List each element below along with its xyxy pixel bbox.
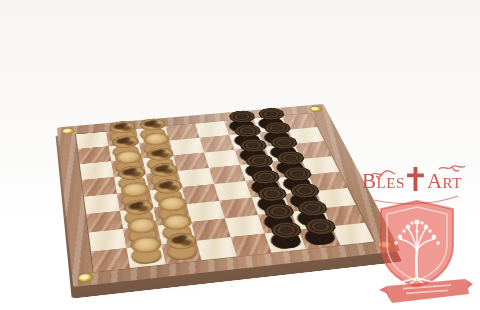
brass-roundel-far-left: [62, 128, 74, 134]
brass-roundel-far-right: [309, 106, 322, 112]
square-b8: [127, 244, 166, 268]
brass-roundel-near-left: [78, 273, 92, 282]
flourish-right-icon: [438, 161, 466, 177]
checkers-board: [57, 104, 401, 287]
square-a8: [91, 248, 130, 272]
square-h8: [332, 223, 374, 245]
dark-piece: [268, 232, 303, 251]
board-field: [76, 113, 374, 272]
square-d4: [178, 168, 214, 187]
ribbon-banner: [379, 277, 473, 305]
logo-underline-swash: [372, 194, 460, 206]
square-a4: [82, 177, 117, 197]
square-d3: [173, 153, 209, 171]
square-c8: [162, 241, 202, 265]
square-d8: [196, 237, 236, 260]
olive-tree-icon: [400, 225, 434, 287]
square-e6: [219, 198, 258, 219]
dark-piece: [302, 228, 337, 247]
square-a6: [86, 211, 123, 233]
light-piece: [130, 246, 163, 266]
flourish-left-icon: [370, 166, 396, 182]
brass-roundel-near-right: [377, 241, 393, 249]
square-e7: [225, 215, 265, 237]
square-a5: [84, 194, 120, 215]
brand-suffix: Art: [427, 169, 462, 193]
light-piece: [165, 243, 198, 263]
square-d2: [169, 138, 204, 156]
product-photo: Bles✝Art: [0, 0, 480, 310]
